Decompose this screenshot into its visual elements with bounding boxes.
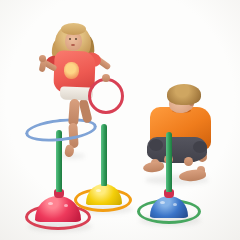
red-ring-in-hand <box>88 78 124 114</box>
girl-right-eye <box>75 38 77 40</box>
highlight <box>96 189 101 192</box>
girl-left-hand <box>102 74 110 82</box>
middle-post-pole <box>101 124 107 186</box>
boy-left-knee <box>149 139 163 151</box>
girl-fringe <box>61 23 86 35</box>
right-post-pole <box>166 132 172 192</box>
girl-shirt-print <box>64 62 79 79</box>
girl-mouth <box>71 44 75 46</box>
highlight <box>160 201 165 204</box>
girl-right-hand <box>39 55 46 62</box>
girl-left-eye <box>69 38 71 40</box>
boy-left-foot <box>142 161 164 174</box>
boy-hair <box>167 84 201 105</box>
highlight <box>48 202 53 205</box>
boy-right-hand <box>184 157 193 166</box>
boy-right-knee <box>193 141 207 153</box>
ring-toss-photo <box>0 0 240 240</box>
middle-post-yellow-dome-base <box>86 184 122 205</box>
highlight <box>173 203 177 206</box>
highlight <box>64 204 68 207</box>
